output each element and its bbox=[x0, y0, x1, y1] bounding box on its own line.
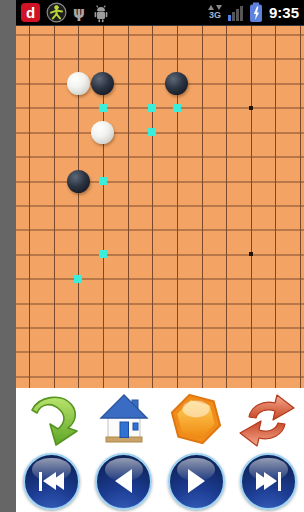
status-bar-left: d ψ bbox=[21, 2, 111, 23]
battery-charging-icon bbox=[249, 2, 263, 23]
docomo-icon: d bbox=[21, 3, 40, 22]
white-stone bbox=[91, 121, 114, 144]
skip-to-end-icon bbox=[256, 472, 281, 491]
signal-strength-icon bbox=[228, 5, 243, 21]
last-move-button[interactable] bbox=[240, 453, 297, 510]
black-stone bbox=[165, 72, 188, 95]
move-navigation-bar bbox=[16, 450, 304, 512]
toolbar bbox=[16, 388, 304, 450]
move-hint-marker[interactable] bbox=[99, 177, 107, 185]
white-stone bbox=[67, 72, 90, 95]
network-type-label: 3G bbox=[209, 11, 221, 20]
stone-button[interactable] bbox=[167, 390, 225, 448]
next-move-button[interactable] bbox=[168, 453, 225, 510]
move-hint-marker[interactable] bbox=[173, 104, 181, 112]
network-type-indicator: 3G bbox=[208, 5, 222, 20]
usb-icon: ψ bbox=[73, 3, 85, 23]
green-curved-arrow-icon bbox=[25, 391, 81, 447]
move-hint-marker[interactable] bbox=[148, 104, 156, 112]
status-bar: d ψ bbox=[16, 0, 304, 26]
move-hint-marker[interactable] bbox=[74, 275, 82, 283]
status-bar-right: 3G 9:35 bbox=[208, 2, 299, 23]
move-hint-marker[interactable] bbox=[99, 250, 107, 258]
undo-button[interactable] bbox=[24, 390, 82, 448]
step-back-icon bbox=[115, 469, 132, 493]
house-icon bbox=[96, 391, 152, 447]
star-point bbox=[249, 252, 253, 256]
black-stone bbox=[91, 72, 114, 95]
star-point bbox=[249, 106, 253, 110]
go-board[interactable] bbox=[16, 26, 304, 388]
home-button[interactable] bbox=[95, 390, 153, 448]
move-hint-marker[interactable] bbox=[148, 128, 156, 136]
android-debug-icon bbox=[91, 3, 111, 23]
step-forward-icon bbox=[188, 469, 205, 493]
previous-move-button[interactable] bbox=[95, 453, 152, 510]
phone-screen: d ψ bbox=[16, 0, 304, 512]
pedometer-person-icon bbox=[46, 2, 67, 23]
first-move-button[interactable] bbox=[23, 453, 80, 510]
skip-to-start-icon bbox=[39, 472, 64, 491]
refresh-arrows-icon bbox=[239, 391, 295, 447]
orange-hexagon-icon bbox=[168, 391, 224, 447]
black-stone bbox=[67, 170, 90, 193]
rotate-button[interactable] bbox=[238, 390, 296, 448]
clock: 9:35 bbox=[269, 4, 299, 21]
move-hint-marker[interactable] bbox=[99, 104, 107, 112]
